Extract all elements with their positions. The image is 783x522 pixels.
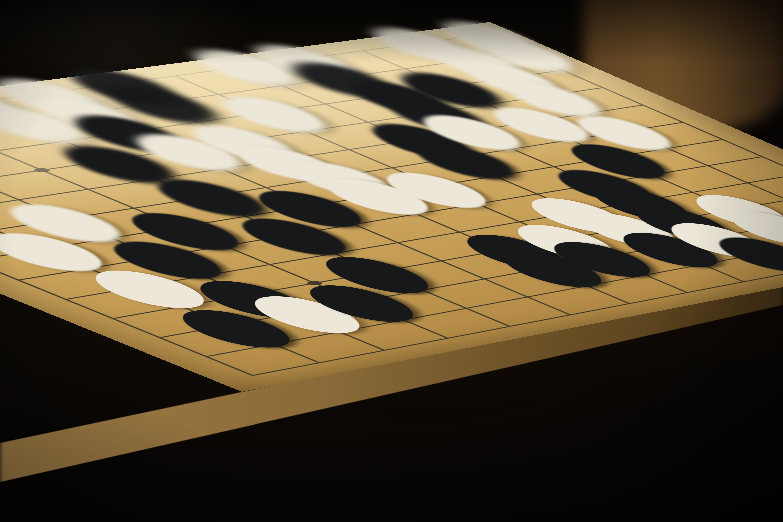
star-point xyxy=(31,167,52,172)
go-game-photo: ●●●●●●●●●●●●●●●●●●●●●●●●●●●●●●●●●●●●●●●●… xyxy=(0,0,783,522)
